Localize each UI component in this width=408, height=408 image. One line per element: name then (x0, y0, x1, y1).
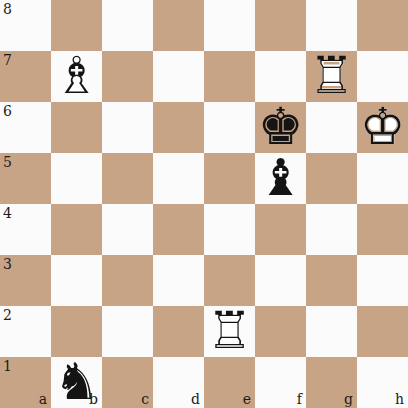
square-d7[interactable] (153, 51, 204, 102)
square-c1[interactable]: c (102, 357, 153, 408)
square-f4[interactable] (255, 204, 306, 255)
square-b6[interactable] (51, 102, 102, 153)
square-h5[interactable] (357, 153, 408, 204)
square-g1[interactable]: g (306, 357, 357, 408)
square-g2[interactable] (306, 306, 357, 357)
file-label-g: g (344, 392, 353, 406)
square-a8[interactable]: 8 (0, 0, 51, 51)
square-f7[interactable] (255, 51, 306, 102)
white-rook-icon: ♖ (306, 50, 357, 101)
white-king-h6[interactable]: ♚♔ (357, 102, 408, 153)
square-b5[interactable] (51, 153, 102, 204)
square-e4[interactable] (204, 204, 255, 255)
rank-label-7: 7 (3, 53, 12, 67)
square-e3[interactable] (204, 255, 255, 306)
file-label-h: h (395, 392, 404, 406)
square-d6[interactable] (153, 102, 204, 153)
white-rook-icon: ♖ (204, 305, 255, 356)
white-king-icon: ♔ (357, 101, 408, 152)
square-h1[interactable]: h (357, 357, 408, 408)
square-a2[interactable]: 2 (0, 306, 51, 357)
square-g6[interactable] (306, 102, 357, 153)
square-d1[interactable]: d (153, 357, 204, 408)
file-label-e: e (243, 392, 251, 406)
square-a7[interactable]: 7 (0, 51, 51, 102)
file-label-a: a (39, 392, 47, 406)
file-label-b: b (89, 392, 98, 406)
square-f2[interactable] (255, 306, 306, 357)
file-label-c: c (141, 392, 149, 406)
square-a3[interactable]: 3 (0, 255, 51, 306)
black-bishop-icon: ♝ (255, 152, 306, 203)
square-b4[interactable] (51, 204, 102, 255)
square-f8[interactable] (255, 0, 306, 51)
rank-label-8: 8 (3, 2, 12, 16)
square-a4[interactable]: 4 (0, 204, 51, 255)
square-a5[interactable]: 5 (0, 153, 51, 204)
rank-label-3: 3 (3, 257, 12, 271)
rank-label-4: 4 (3, 206, 12, 220)
white-rook-e2[interactable]: ♜♖ (204, 306, 255, 357)
square-e5[interactable] (204, 153, 255, 204)
square-g4[interactable] (306, 204, 357, 255)
square-g3[interactable] (306, 255, 357, 306)
square-d5[interactable] (153, 153, 204, 204)
square-f3[interactable] (255, 255, 306, 306)
square-c2[interactable] (102, 306, 153, 357)
white-bishop-icon: ♗ (51, 50, 102, 101)
square-g7[interactable]: ♜♖ (306, 51, 357, 102)
square-c6[interactable] (102, 102, 153, 153)
square-c3[interactable] (102, 255, 153, 306)
file-label-f: f (297, 392, 302, 406)
square-e7[interactable] (204, 51, 255, 102)
square-e6[interactable] (204, 102, 255, 153)
square-d8[interactable] (153, 0, 204, 51)
square-b2[interactable] (51, 306, 102, 357)
square-c5[interactable] (102, 153, 153, 204)
file-label-d: d (191, 392, 200, 406)
square-b1[interactable]: b♞ (51, 357, 102, 408)
rank-label-6: 6 (3, 104, 12, 118)
square-f5[interactable]: ♝ (255, 153, 306, 204)
square-c4[interactable] (102, 204, 153, 255)
rank-label-1: 1 (3, 359, 12, 373)
square-d3[interactable] (153, 255, 204, 306)
square-g5[interactable] (306, 153, 357, 204)
square-h4[interactable] (357, 204, 408, 255)
square-d4[interactable] (153, 204, 204, 255)
rank-label-2: 2 (3, 308, 12, 322)
white-bishop-b7[interactable]: ♝♗ (51, 51, 102, 102)
square-b7[interactable]: ♝♗ (51, 51, 102, 102)
square-d2[interactable] (153, 306, 204, 357)
square-f6[interactable]: ♚ (255, 102, 306, 153)
square-h6[interactable]: ♚♔ (357, 102, 408, 153)
square-f1[interactable]: f (255, 357, 306, 408)
square-a6[interactable]: 6 (0, 102, 51, 153)
square-e2[interactable]: ♜♖ (204, 306, 255, 357)
black-king-icon: ♚ (255, 101, 306, 152)
square-c7[interactable] (102, 51, 153, 102)
black-king-f6[interactable]: ♚ (255, 102, 306, 153)
square-h3[interactable] (357, 255, 408, 306)
rank-label-5: 5 (3, 155, 12, 169)
square-e8[interactable] (204, 0, 255, 51)
square-e1[interactable]: e (204, 357, 255, 408)
square-b3[interactable] (51, 255, 102, 306)
chess-board: 87♝♗♜♖6♚♚♔5♝432♜♖1ab♞cdefgh (0, 0, 408, 408)
square-h2[interactable] (357, 306, 408, 357)
square-c8[interactable] (102, 0, 153, 51)
square-h8[interactable] (357, 0, 408, 51)
square-a1[interactable]: 1a (0, 357, 51, 408)
square-g8[interactable] (306, 0, 357, 51)
white-rook-g7[interactable]: ♜♖ (306, 51, 357, 102)
square-h7[interactable] (357, 51, 408, 102)
black-bishop-f5[interactable]: ♝ (255, 153, 306, 204)
square-b8[interactable] (51, 0, 102, 51)
